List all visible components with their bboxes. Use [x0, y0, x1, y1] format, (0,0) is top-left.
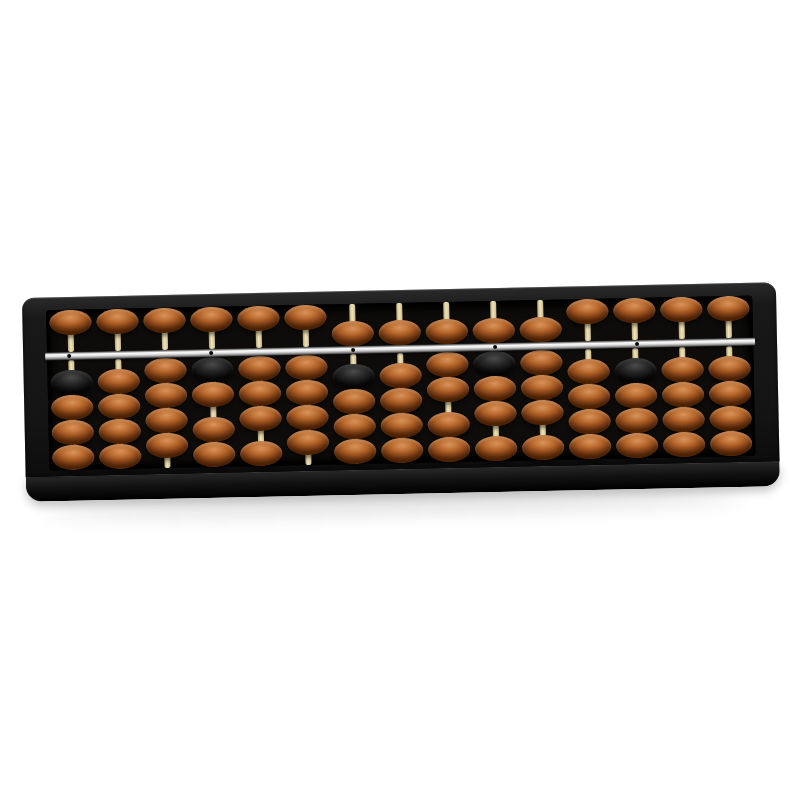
- earth-bead[interactable]: [52, 444, 95, 470]
- earth-bead[interactable]: [616, 433, 659, 459]
- earth-bead[interactable]: [286, 380, 329, 406]
- earth-bead[interactable]: [98, 393, 141, 419]
- beam-unit-dot: [493, 345, 497, 349]
- photo-background: [0, 0, 800, 800]
- earth-bead[interactable]: [662, 382, 705, 408]
- rod-12: [564, 299, 614, 460]
- earth-bead[interactable]: [240, 441, 283, 467]
- earth-bead[interactable]: [380, 388, 423, 414]
- earth-bead[interactable]: [568, 384, 611, 410]
- rod-8: [376, 303, 426, 464]
- rod-13: [611, 298, 661, 459]
- earth-bead[interactable]: [569, 434, 612, 460]
- earth-bead[interactable]: [616, 408, 659, 434]
- earth-bead[interactable]: [191, 382, 234, 408]
- heaven-bead[interactable]: [143, 308, 186, 334]
- earth-bead[interactable]: [145, 432, 188, 458]
- earth-bead[interactable]: [239, 406, 282, 432]
- earth-bead[interactable]: [521, 375, 564, 401]
- earth-bead[interactable]: [709, 356, 752, 382]
- earth-bead[interactable]: [285, 355, 328, 381]
- earth-bead[interactable]: [569, 409, 612, 435]
- earth-bead[interactable]: [50, 369, 93, 395]
- heaven-bead[interactable]: [331, 321, 374, 347]
- earth-bead[interactable]: [51, 419, 94, 445]
- rod-7: [329, 304, 379, 465]
- rod-1: [46, 309, 96, 470]
- rod-2: [93, 308, 143, 469]
- earth-bead[interactable]: [615, 383, 658, 409]
- rod-10: [470, 301, 520, 462]
- heaven-bead[interactable]: [707, 296, 750, 322]
- earth-bead[interactable]: [522, 435, 565, 461]
- earth-bead[interactable]: [51, 394, 94, 420]
- earth-bead[interactable]: [474, 376, 517, 402]
- earth-bead[interactable]: [381, 438, 424, 464]
- heaven-bead[interactable]: [520, 317, 563, 343]
- earth-bead[interactable]: [710, 406, 753, 432]
- earth-bead[interactable]: [428, 437, 471, 463]
- rod-11: [517, 300, 567, 461]
- abacus-board: [22, 282, 780, 502]
- earth-bead[interactable]: [99, 443, 142, 469]
- rod-15: [705, 296, 755, 457]
- beam-unit-dot: [209, 351, 213, 355]
- heaven-bead[interactable]: [426, 319, 469, 345]
- earth-bead[interactable]: [427, 412, 470, 438]
- earth-bead[interactable]: [615, 358, 658, 384]
- heaven-bead[interactable]: [237, 306, 280, 332]
- earth-bead[interactable]: [239, 381, 282, 407]
- heaven-bead[interactable]: [566, 299, 609, 325]
- earth-bead[interactable]: [427, 377, 470, 403]
- earth-bead[interactable]: [710, 431, 753, 457]
- heaven-bead[interactable]: [378, 320, 421, 346]
- rod-9: [423, 302, 473, 463]
- earth-bead[interactable]: [192, 416, 235, 442]
- earth-bead[interactable]: [475, 436, 518, 462]
- rod-14: [658, 297, 708, 458]
- earth-bead[interactable]: [521, 400, 564, 426]
- rods: [46, 296, 755, 471]
- earth-bead[interactable]: [520, 350, 563, 376]
- heaven-bead[interactable]: [473, 318, 516, 344]
- earth-bead[interactable]: [97, 368, 140, 394]
- earth-bead[interactable]: [334, 439, 377, 465]
- earth-bead[interactable]: [98, 418, 141, 444]
- earth-bead[interactable]: [333, 414, 376, 440]
- earth-bead[interactable]: [662, 357, 705, 383]
- earth-bead[interactable]: [144, 357, 187, 383]
- earth-bead[interactable]: [286, 405, 329, 431]
- earth-bead[interactable]: [332, 364, 375, 390]
- rod-5: [234, 305, 284, 466]
- earth-bead[interactable]: [379, 363, 422, 389]
- earth-bead[interactable]: [663, 432, 706, 458]
- rod-4: [187, 306, 237, 467]
- earth-bead[interactable]: [333, 389, 376, 415]
- beam-unit-dot: [635, 342, 639, 346]
- board-frame: [22, 282, 780, 480]
- beam-unit-dot: [351, 348, 355, 352]
- earth-bead[interactable]: [191, 357, 234, 383]
- heaven-bead[interactable]: [49, 309, 92, 335]
- earth-bead[interactable]: [568, 359, 611, 385]
- heaven-bead[interactable]: [190, 307, 233, 333]
- heaven-bead[interactable]: [660, 297, 703, 323]
- rod-3: [140, 307, 190, 468]
- heaven-bead[interactable]: [284, 305, 327, 331]
- bead-field: [46, 296, 755, 471]
- heaven-bead[interactable]: [96, 308, 139, 334]
- rod-6: [281, 304, 331, 465]
- earth-bead[interactable]: [474, 401, 517, 427]
- heaven-bead[interactable]: [613, 298, 656, 324]
- earth-bead[interactable]: [380, 413, 423, 439]
- earth-bead[interactable]: [709, 381, 752, 407]
- earth-bead[interactable]: [473, 351, 516, 377]
- earth-bead[interactable]: [144, 382, 187, 408]
- earth-bead[interactable]: [287, 430, 330, 456]
- beam-unit-dot: [67, 354, 71, 358]
- earth-bead[interactable]: [193, 441, 236, 467]
- earth-bead[interactable]: [145, 407, 188, 433]
- earth-bead[interactable]: [426, 352, 469, 378]
- earth-bead[interactable]: [663, 407, 706, 433]
- earth-bead[interactable]: [238, 356, 281, 382]
